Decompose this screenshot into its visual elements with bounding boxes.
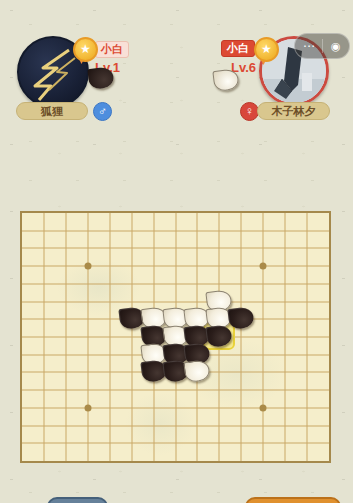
left-rank-badge: 小白	[95, 41, 129, 58]
left-player-name: 狐狸	[16, 102, 88, 120]
black-stone	[229, 308, 254, 329]
star-point	[260, 404, 267, 411]
star-badge-icon: ★	[73, 37, 98, 62]
star-point	[260, 263, 267, 270]
gomoku-board[interactable]	[20, 211, 331, 463]
bottom-right-button-cutoff[interactable]	[245, 497, 341, 503]
gomoku-app-screen: { "game": "gomoku", "app_style": "wechat…	[0, 0, 353, 503]
right-white-stone-icon	[214, 70, 239, 91]
bottom-left-button-cutoff[interactable]	[47, 497, 108, 503]
left-black-stone-icon	[89, 68, 114, 89]
grid-vline	[241, 213, 242, 461]
right-player-name: 木子林夕	[257, 102, 330, 120]
grid-hline	[22, 425, 329, 426]
black-stone	[207, 326, 232, 347]
star-badge-icon: ★	[254, 37, 279, 62]
grid-hline	[22, 407, 329, 408]
exit-circle-button[interactable]: ◉	[323, 35, 350, 57]
white-stone	[185, 361, 210, 382]
male-icon: ♂	[93, 102, 112, 121]
miniprogram-capsule: ⋯ ◉	[294, 33, 350, 59]
star-point	[84, 263, 91, 270]
right-rank-badge: 小白	[221, 40, 255, 57]
grid-hline	[22, 443, 329, 444]
grid-vline	[285, 213, 286, 461]
star-point	[84, 404, 91, 411]
menu-dots-button[interactable]: ⋯	[295, 35, 322, 57]
grid-vline	[307, 213, 308, 461]
grid-hline	[22, 390, 329, 391]
grid-vline	[263, 213, 264, 461]
